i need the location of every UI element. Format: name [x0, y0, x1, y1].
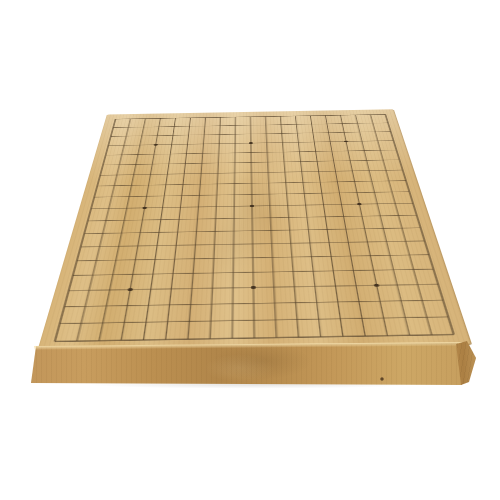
intersection-M12	[276, 177, 294, 188]
intersection-Q5	[361, 263, 384, 278]
intersection-H6	[203, 251, 223, 266]
intersection-T3	[430, 292, 456, 309]
intersection-H7	[204, 238, 224, 252]
intersection-E8	[148, 226, 169, 239]
intersection-Q14	[340, 156, 359, 166]
intersection-P9	[333, 210, 354, 223]
intersection-G12	[191, 179, 209, 190]
intersection-G9	[187, 213, 206, 226]
intersection-G10	[188, 201, 207, 213]
intersection-K7	[243, 237, 262, 251]
intersection-G5	[182, 266, 203, 281]
intersection-T8	[409, 221, 432, 234]
intersection-O7	[318, 236, 339, 250]
intersection-H15	[210, 148, 227, 158]
intersection-M3	[284, 295, 306, 312]
intersection-C11	[119, 191, 139, 203]
intersection-H11	[207, 189, 225, 201]
intersection-M5	[282, 264, 303, 279]
intersection-Q9	[351, 210, 372, 223]
intersection-E10	[152, 202, 172, 214]
intersection-J15	[226, 148, 242, 158]
intersection-M14	[275, 157, 292, 167]
intersection-L6	[262, 250, 282, 264]
intersection-C12	[121, 180, 140, 191]
intersection-H13	[209, 168, 226, 179]
intersection-G11	[189, 190, 207, 202]
intersection-M2	[285, 311, 308, 329]
intersection-J9	[224, 212, 242, 225]
intersection-E15	[161, 149, 179, 159]
intersection-E11	[154, 190, 173, 202]
intersection-P11	[329, 187, 349, 199]
intersection-D11	[136, 191, 156, 203]
intersection-C5	[101, 267, 124, 282]
intersection-L14	[259, 157, 276, 167]
intersection-K4	[243, 280, 264, 296]
intersection-P12	[327, 176, 346, 187]
intersection-Q3	[367, 293, 392, 310]
intersection-L13	[259, 167, 276, 178]
intersection-L9	[261, 212, 280, 225]
intersection-R12	[361, 176, 381, 187]
intersection-R15	[354, 146, 373, 156]
intersection-P8	[335, 223, 356, 236]
intersection-O8	[316, 223, 337, 236]
intersection-K15	[242, 148, 258, 158]
intersection-D3	[115, 298, 139, 315]
intersection-P4	[344, 278, 367, 294]
intersection-L2	[264, 311, 286, 329]
intersection-E3	[136, 297, 159, 314]
intersection-Q10	[349, 198, 369, 210]
intersection-N7	[299, 236, 320, 250]
intersection-O3	[326, 294, 349, 311]
wood-knot	[380, 377, 384, 381]
intersection-G13	[192, 168, 210, 179]
intersection-O15	[306, 147, 324, 157]
intersection-B15	[112, 150, 130, 160]
intersection-F12	[173, 179, 191, 190]
intersection-P3	[347, 294, 371, 311]
intersection-B10	[98, 203, 119, 215]
intersection-P10	[331, 199, 351, 211]
intersection-F15	[177, 149, 194, 159]
intersection-C6	[104, 253, 127, 268]
intersection-grid	[41, 110, 468, 351]
intersection-T5	[421, 262, 446, 277]
intersection-L4	[263, 279, 284, 295]
intersection-M7	[280, 237, 300, 251]
intersection-L12	[259, 178, 277, 189]
intersection-Q6	[359, 249, 382, 263]
intersection-D5	[121, 267, 144, 282]
intersection-E4	[139, 282, 162, 298]
intersection-F13	[175, 169, 193, 180]
intersection-J8	[224, 225, 243, 238]
intersection-N10	[296, 199, 315, 211]
intersection-K13	[243, 168, 260, 179]
intersection-Q8	[353, 222, 374, 235]
intersection-C9	[113, 214, 134, 227]
intersection-O12	[310, 177, 329, 188]
intersection-J2	[221, 312, 243, 330]
intersection-R14	[357, 156, 376, 166]
intersection-E7	[146, 239, 167, 253]
intersection-R9	[369, 210, 390, 223]
intersection-J3	[221, 296, 242, 313]
intersection-T12	[395, 175, 416, 186]
intersection-O5	[322, 264, 344, 279]
intersection-M9	[279, 211, 298, 224]
intersection-K3	[243, 295, 264, 312]
intersection-T4	[425, 277, 450, 293]
intersection-C13	[124, 170, 143, 181]
intersection-N11	[295, 188, 314, 200]
intersection-T13	[392, 165, 412, 176]
intersection-T15	[386, 145, 405, 155]
intersection-J7	[223, 238, 242, 252]
intersection-D4	[118, 282, 141, 298]
intersection-L8	[261, 224, 280, 237]
intersection-H12	[208, 179, 226, 190]
intersection-Q15	[338, 146, 356, 156]
intersection-F2	[155, 313, 179, 331]
intersection-D7	[127, 239, 149, 253]
intersection-D6	[124, 253, 146, 268]
intersection-E14	[159, 159, 177, 169]
intersection-G6	[183, 252, 204, 267]
intersection-N9	[297, 211, 317, 224]
intersection-J13	[226, 168, 243, 179]
intersection-R11	[364, 187, 384, 199]
intersection-J6	[223, 251, 243, 266]
intersection-O9	[315, 211, 335, 224]
intersection-N8	[298, 223, 318, 236]
intersection-H10	[206, 201, 224, 213]
intersection-P2	[349, 310, 374, 328]
intersection-G8	[186, 225, 206, 238]
intersection-C2	[90, 314, 115, 332]
intersection-T2	[434, 308, 461, 326]
intersection-O13	[309, 166, 327, 177]
intersection-G2	[177, 313, 200, 331]
intersection-L15	[258, 148, 275, 158]
intersection-C8	[110, 227, 131, 240]
intersection-F4	[160, 281, 182, 297]
intersection-N13	[292, 167, 310, 178]
intersection-G3	[179, 296, 201, 313]
intersection-L3	[263, 295, 285, 312]
intersection-Q4	[364, 278, 388, 294]
intersection-M15	[274, 147, 291, 157]
intersection-N2	[307, 311, 331, 329]
intersection-K6	[243, 251, 263, 266]
intersection-F14	[176, 159, 194, 169]
intersection-D14	[143, 159, 161, 169]
intersection-M13	[276, 167, 294, 178]
intersection-H5	[202, 266, 223, 281]
intersection-E6	[144, 252, 166, 267]
intersection-B9	[95, 215, 116, 228]
intersection-N3	[305, 294, 328, 311]
intersection-E12	[156, 179, 175, 190]
intersection-D15	[145, 150, 163, 160]
intersection-H14	[209, 158, 226, 168]
intersection-F9	[169, 213, 189, 226]
intersection-T11	[398, 186, 419, 198]
intersection-E9	[150, 214, 170, 227]
intersection-C14	[126, 159, 145, 169]
intersection-B12	[104, 180, 124, 191]
intersection-C4	[97, 282, 121, 298]
intersection-L5	[262, 265, 283, 280]
intersection-K9	[243, 212, 261, 225]
intersection-J12	[225, 178, 242, 189]
intersection-Q2	[371, 310, 396, 328]
intersection-D13	[141, 169, 160, 180]
intersection-O4	[324, 278, 347, 294]
intersection-T6	[417, 248, 441, 262]
intersection-M11	[277, 188, 295, 200]
intersection-H3	[200, 296, 222, 313]
intersection-N6	[301, 250, 322, 264]
intersection-F11	[172, 190, 191, 202]
intersection-B13	[107, 170, 126, 181]
intersection-N4	[303, 279, 325, 295]
intersection-C7	[107, 240, 129, 254]
intersection-P15	[322, 146, 340, 156]
intersection-N12	[293, 177, 311, 188]
intersection-O11	[312, 188, 331, 200]
intersection-P14	[324, 156, 342, 166]
intersection-F5	[162, 266, 184, 281]
intersection-H9	[206, 213, 225, 226]
intersection-N14	[291, 157, 309, 167]
intersection-F10	[170, 201, 189, 213]
intersection-T9	[405, 209, 427, 222]
intersection-M8	[280, 224, 300, 237]
intersection-P7	[337, 236, 359, 250]
intersection-O2	[328, 310, 352, 328]
intersection-O10	[313, 199, 333, 211]
intersection-K2	[243, 312, 265, 330]
intersection-E2	[133, 314, 157, 332]
intersection-K12	[243, 178, 260, 189]
intersection-B14	[109, 160, 128, 170]
intersection-P5	[342, 263, 365, 278]
intersection-F6	[163, 252, 184, 267]
intersection-M4	[283, 279, 305, 295]
intersection-D9	[132, 214, 152, 227]
intersection-L11	[260, 189, 278, 201]
intersection-J5	[222, 265, 242, 280]
intersection-K5	[243, 265, 263, 280]
intersection-N5	[302, 264, 324, 279]
intersection-R10	[366, 198, 387, 210]
intersection-F3	[157, 297, 180, 314]
intersection-K10	[243, 200, 261, 212]
intersection-G14	[193, 158, 210, 168]
intersection-B11	[101, 191, 121, 203]
photo-background	[0, 0, 500, 500]
intersection-P13	[326, 166, 345, 177]
intersection-T14	[389, 155, 409, 165]
intersection-C10	[116, 202, 136, 214]
intersection-G4	[180, 281, 202, 297]
intersection-K11	[243, 189, 261, 201]
intersection-F7	[165, 239, 186, 253]
intersection-F8	[167, 226, 187, 239]
intersection-H8	[205, 225, 224, 238]
intersection-Q11	[346, 187, 366, 199]
intersection-J14	[226, 158, 243, 168]
intersection-D10	[134, 202, 154, 214]
intersection-G15	[194, 149, 211, 159]
intersection-M10	[278, 200, 297, 212]
goban-top-surface	[36, 110, 472, 353]
intersection-J10	[224, 200, 242, 212]
intersection-J4	[222, 280, 243, 296]
intersection-P6	[339, 249, 361, 263]
intersection-Q7	[356, 235, 378, 249]
intersection-E13	[158, 169, 176, 180]
intersection-D2	[111, 314, 136, 332]
intersection-M6	[281, 250, 302, 264]
intersection-Q12	[344, 176, 363, 187]
intersection-E5	[141, 267, 163, 282]
intersection-O6	[320, 249, 342, 263]
intersection-D12	[139, 180, 158, 191]
intersection-H2	[199, 313, 221, 331]
intersection-R13	[359, 166, 378, 177]
intersection-T7	[413, 234, 436, 248]
intersection-O14	[308, 156, 326, 166]
intersection-J11	[225, 189, 243, 201]
intersection-K14	[242, 157, 259, 167]
intersection-C3	[93, 298, 117, 315]
intersection-N15	[290, 147, 307, 157]
intersection-K8	[243, 224, 262, 237]
intersection-D8	[129, 226, 150, 239]
intersection-L7	[261, 237, 281, 251]
intersection-Q13	[342, 166, 361, 177]
intersection-T10	[402, 197, 424, 209]
intersection-H4	[201, 281, 222, 297]
intersection-L10	[260, 200, 278, 212]
intersection-C15	[128, 150, 146, 160]
intersection-G7	[185, 238, 205, 252]
